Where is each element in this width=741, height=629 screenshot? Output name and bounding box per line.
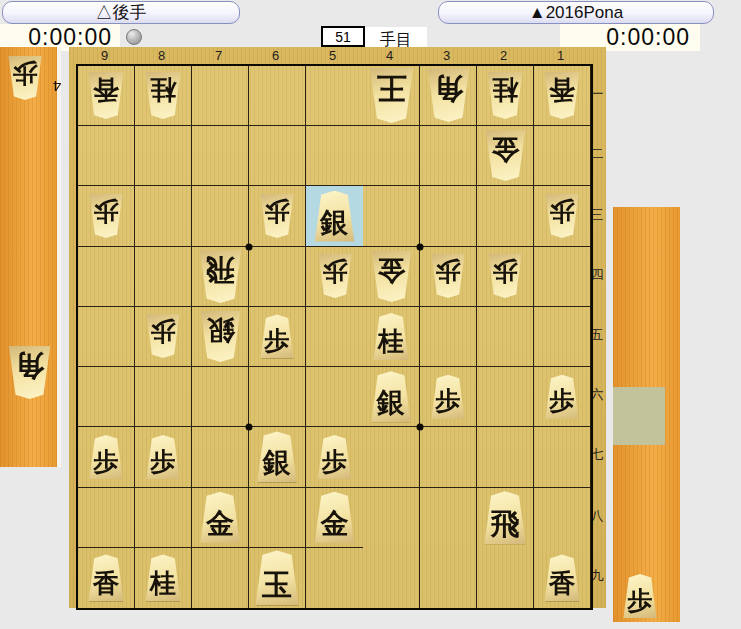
square-3-7[interactable] xyxy=(420,427,477,487)
sente-hand-slot[interactable]: 歩 xyxy=(622,574,658,618)
square-9-6[interactable] xyxy=(78,367,135,427)
square-4-7[interactable] xyxy=(363,427,420,487)
square-9-3[interactable]: 歩 xyxy=(78,186,135,246)
square-7-6[interactable] xyxy=(192,367,249,427)
square-5-5[interactable] xyxy=(306,307,363,367)
square-1-4[interactable] xyxy=(534,247,591,307)
hand-slot-highlight xyxy=(613,387,665,445)
piece-kanji: 歩 xyxy=(94,194,119,227)
piece-kanji: 角 xyxy=(15,346,44,384)
square-2-1[interactable]: 桂 xyxy=(477,66,534,126)
square-7-8[interactable]: 金 xyxy=(192,488,249,548)
square-3-2[interactable] xyxy=(420,126,477,186)
shogi-piece-sente[interactable]: 金 xyxy=(313,492,356,543)
square-4-4[interactable]: 金 xyxy=(363,247,420,307)
star-point xyxy=(417,424,424,431)
piece-kanji: 歩 xyxy=(13,56,38,89)
square-2-7[interactable] xyxy=(477,427,534,487)
piece-kanji: 歩 xyxy=(628,585,653,618)
piece-kanji: 歩 xyxy=(322,446,347,479)
square-7-9[interactable] xyxy=(192,548,249,608)
gote-hand-slot[interactable]: 角 xyxy=(7,346,52,399)
shogi-piece-sente[interactable]: 歩 xyxy=(88,435,124,479)
shogi-piece-gote[interactable]: 桂 xyxy=(144,72,182,119)
square-6-8[interactable] xyxy=(249,488,306,548)
move-counter-box: 51 xyxy=(321,26,365,47)
shogi-piece-gote[interactable]: 歩 xyxy=(487,254,523,298)
square-4-1[interactable]: 王 xyxy=(363,66,420,126)
shogi-piece-gote[interactable]: 香 xyxy=(543,72,581,119)
piece-kanji: 歩 xyxy=(265,325,290,358)
square-1-9[interactable]: 香 xyxy=(534,548,591,608)
square-3-8[interactable] xyxy=(420,488,477,548)
shogi-piece-gote[interactable]: 角 xyxy=(426,69,471,122)
piece-kanji: 歩 xyxy=(94,446,119,479)
shogi-piece-sente[interactable]: 銀 xyxy=(370,371,413,422)
shogi-piece-gote[interactable]: 歩 xyxy=(430,254,466,298)
shogi-piece-gote[interactable]: 王 xyxy=(368,68,415,123)
file-label-7: 7 xyxy=(190,48,247,63)
square-6-2[interactable] xyxy=(249,126,306,186)
square-1-3[interactable]: 歩 xyxy=(534,186,591,246)
square-1-2[interactable] xyxy=(534,126,591,186)
shogi-piece-sente[interactable]: 銀 xyxy=(313,191,356,242)
piece-kanji: 歩 xyxy=(550,385,575,418)
square-1-1[interactable]: 香 xyxy=(534,66,591,126)
shogi-piece-sente[interactable]: 銀 xyxy=(256,431,299,482)
square-4-3[interactable] xyxy=(363,186,420,246)
shogi-piece-gote[interactable]: 歩 xyxy=(544,194,580,238)
piece-kanji: 歩 xyxy=(265,194,290,227)
piece-kanji: 香 xyxy=(549,72,575,107)
square-4-8[interactable] xyxy=(363,488,420,548)
piece-kanji: 香 xyxy=(549,567,575,602)
star-point xyxy=(245,424,252,431)
square-5-4[interactable]: 歩 xyxy=(306,247,363,307)
gote-hand-slot[interactable]: 歩4 xyxy=(7,56,43,100)
shogi-piece-sente[interactable]: 歩 xyxy=(145,435,181,479)
square-2-4[interactable]: 歩 xyxy=(477,247,534,307)
shogi-piece-sente[interactable]: 桂 xyxy=(372,313,410,360)
file-label-5: 5 xyxy=(304,48,361,63)
square-9-2[interactable] xyxy=(78,126,135,186)
file-label-2: 2 xyxy=(475,48,532,63)
square-1-7[interactable] xyxy=(534,427,591,487)
square-3-9[interactable] xyxy=(420,548,477,608)
piece-kanji: 王 xyxy=(376,68,406,108)
square-6-6[interactable] xyxy=(249,367,306,427)
shogi-piece-gote[interactable]: 香 xyxy=(87,72,125,119)
file-label-8: 8 xyxy=(133,48,190,63)
gote-hand-tray[interactable]: 歩4 角 xyxy=(0,47,61,467)
square-6-3[interactable]: 歩 xyxy=(249,186,306,246)
star-point xyxy=(245,243,252,250)
square-9-7[interactable]: 歩 xyxy=(78,427,135,487)
piece-kanji: 飛 xyxy=(491,506,520,544)
shogi-piece-sente[interactable]: 玉 xyxy=(254,550,301,605)
square-8-1[interactable]: 桂 xyxy=(135,66,192,126)
sente-hand-tray[interactable]: 歩 xyxy=(613,207,680,622)
shogi-piece-sente[interactable]: 飛 xyxy=(483,491,528,544)
hand-count: 4 xyxy=(53,78,61,95)
shogi-piece-gote[interactable]: 飛 xyxy=(198,250,243,303)
shogi-piece-gote[interactable]: 角 xyxy=(7,346,52,399)
file-label-9: 9 xyxy=(76,48,133,63)
piece-kanji: 香 xyxy=(93,567,119,602)
file-label-3: 3 xyxy=(418,48,475,63)
square-2-6[interactable] xyxy=(477,367,534,427)
piece-kanji: 歩 xyxy=(151,314,176,347)
file-label-6: 6 xyxy=(247,48,304,63)
piece-kanji: 歩 xyxy=(436,254,461,287)
square-9-4[interactable] xyxy=(78,247,135,307)
piece-kanji: 金 xyxy=(491,130,519,167)
shogi-piece-sente[interactable]: 香 xyxy=(543,554,581,601)
square-3-6[interactable]: 歩 xyxy=(420,367,477,427)
square-1-6[interactable]: 歩 xyxy=(534,367,591,427)
square-5-7[interactable]: 歩 xyxy=(306,427,363,487)
shogi-piece-sente[interactable]: 歩 xyxy=(317,435,353,479)
square-5-6[interactable] xyxy=(306,367,363,427)
piece-kanji: 角 xyxy=(434,69,463,107)
square-4-9[interactable] xyxy=(363,548,420,608)
shogi-piece-sente[interactable]: 歩 xyxy=(544,375,580,419)
square-7-1[interactable] xyxy=(192,66,249,126)
square-6-5[interactable]: 歩 xyxy=(249,307,306,367)
square-8-5[interactable]: 歩 xyxy=(135,307,192,367)
square-3-5[interactable] xyxy=(420,307,477,367)
shogi-piece-sente[interactable]: 金 xyxy=(199,492,242,543)
square-4-5[interactable]: 桂 xyxy=(363,307,420,367)
piece-kanji: 桂 xyxy=(492,72,518,107)
piece-kanji: 歩 xyxy=(436,385,461,418)
piece-kanji: 玉 xyxy=(262,566,292,606)
piece-kanji: 桂 xyxy=(378,325,404,360)
square-1-5[interactable] xyxy=(534,307,591,367)
gote-name-label: △後手 xyxy=(96,1,147,24)
gote-name-plate: △後手 xyxy=(2,1,240,24)
piece-kanji: 金 xyxy=(377,251,405,288)
square-9-5[interactable] xyxy=(78,307,135,367)
square-1-8[interactable] xyxy=(534,488,591,548)
file-labels: 987654321 xyxy=(76,48,589,63)
piece-kanji: 銀 xyxy=(263,445,291,482)
square-5-2[interactable] xyxy=(306,126,363,186)
square-7-4[interactable]: 飛 xyxy=(192,247,249,307)
shogi-piece-sente[interactable]: 香 xyxy=(87,554,125,601)
shogi-piece-gote[interactable]: 歩 xyxy=(317,254,353,298)
shogi-piece-sente[interactable]: 歩 xyxy=(430,375,466,419)
square-7-7[interactable] xyxy=(192,427,249,487)
square-2-2[interactable]: 金 xyxy=(477,126,534,186)
square-5-9[interactable] xyxy=(306,548,363,608)
square-6-9[interactable]: 玉 xyxy=(249,548,306,608)
square-9-1[interactable]: 香 xyxy=(78,66,135,126)
square-2-5[interactable] xyxy=(477,307,534,367)
square-3-4[interactable]: 歩 xyxy=(420,247,477,307)
square-2-9[interactable] xyxy=(477,548,534,608)
square-7-3[interactable] xyxy=(192,186,249,246)
piece-kanji: 金 xyxy=(321,506,349,543)
piece-kanji: 桂 xyxy=(150,567,176,602)
square-9-9[interactable]: 香 xyxy=(78,548,135,608)
shogi-piece-gote[interactable]: 桂 xyxy=(486,72,524,119)
square-2-8[interactable]: 飛 xyxy=(477,488,534,548)
piece-kanji: 歩 xyxy=(151,446,176,479)
square-7-2[interactable] xyxy=(192,126,249,186)
shogi-piece-gote[interactable]: 歩 xyxy=(259,194,295,238)
sente-name-plate: ▲2016Pona xyxy=(438,1,714,24)
square-8-8[interactable] xyxy=(135,488,192,548)
square-2-3[interactable] xyxy=(477,186,534,246)
piece-kanji: 歩 xyxy=(550,194,575,227)
piece-kanji: 銀 xyxy=(321,205,349,242)
square-5-1[interactable] xyxy=(306,66,363,126)
shogi-piece-sente[interactable]: 歩 xyxy=(622,574,658,618)
shogi-piece-gote[interactable]: 歩 xyxy=(7,56,43,100)
piece-kanji: 歩 xyxy=(493,254,518,287)
square-8-2[interactable] xyxy=(135,126,192,186)
square-3-1[interactable]: 角 xyxy=(420,66,477,126)
shogi-piece-sente[interactable]: 歩 xyxy=(259,314,295,358)
square-4-2[interactable] xyxy=(363,126,420,186)
file-label-1: 1 xyxy=(532,48,589,63)
piece-kanji: 歩 xyxy=(322,254,347,287)
shogi-piece-gote[interactable]: 金 xyxy=(370,251,413,302)
shogi-piece-gote[interactable]: 歩 xyxy=(88,194,124,238)
sente-name-label: ▲2016Pona xyxy=(529,3,623,23)
shogi-piece-gote[interactable]: 歩 xyxy=(145,314,181,358)
star-point xyxy=(417,243,424,250)
piece-kanji: 香 xyxy=(93,72,119,107)
shogi-piece-gote[interactable]: 金 xyxy=(484,130,527,181)
sente-clock-value: 0:00:00 xyxy=(606,24,690,51)
move-counter-value: 51 xyxy=(335,29,351,45)
square-5-3[interactable]: 銀 xyxy=(306,186,363,246)
shogi-piece-sente[interactable]: 桂 xyxy=(144,554,182,601)
square-9-8[interactable] xyxy=(78,488,135,548)
square-4-6[interactable]: 銀 xyxy=(363,367,420,427)
square-8-4[interactable] xyxy=(135,247,192,307)
shogi-board[interactable]: 香桂王角桂香金歩歩銀歩飛歩金歩歩歩銀歩桂銀歩歩歩歩銀歩金金飛香桂玉香 xyxy=(76,64,593,610)
piece-kanji: 金 xyxy=(206,506,234,543)
piece-kanji: 飛 xyxy=(206,250,235,288)
square-8-3[interactable] xyxy=(135,186,192,246)
piece-kanji: 銀 xyxy=(377,385,405,422)
piece-kanji: 桂 xyxy=(150,72,176,107)
square-6-7[interactable]: 銀 xyxy=(249,427,306,487)
square-6-1[interactable] xyxy=(249,66,306,126)
turn-indicator-orb-icon xyxy=(126,29,142,45)
shogi-piece-gote[interactable]: 銀 xyxy=(199,311,242,362)
square-8-7[interactable]: 歩 xyxy=(135,427,192,487)
square-8-9[interactable]: 桂 xyxy=(135,548,192,608)
square-6-4[interactable] xyxy=(249,247,306,307)
file-label-4: 4 xyxy=(361,48,418,63)
piece-kanji: 銀 xyxy=(206,311,234,348)
square-5-8[interactable]: 金 xyxy=(306,488,363,548)
square-3-3[interactable] xyxy=(420,186,477,246)
square-7-5[interactable]: 銀 xyxy=(192,307,249,367)
square-8-6[interactable] xyxy=(135,367,192,427)
